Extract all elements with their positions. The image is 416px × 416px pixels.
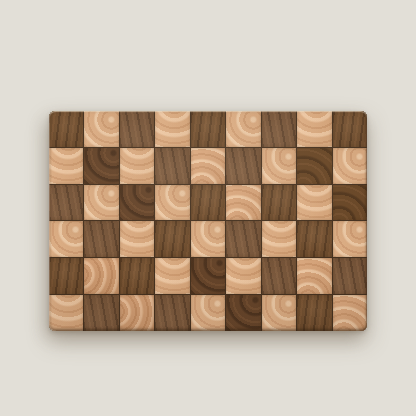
board-square[interactable] [297, 185, 331, 221]
scene-background [0, 0, 416, 416]
board-square[interactable] [120, 148, 154, 184]
board-square[interactable] [155, 185, 189, 221]
board-square[interactable] [49, 185, 83, 221]
board-square[interactable] [120, 185, 154, 221]
board-square[interactable] [297, 111, 331, 147]
board-square[interactable] [262, 221, 296, 257]
board-square[interactable] [262, 258, 296, 294]
board-square[interactable] [49, 221, 83, 257]
board-square[interactable] [84, 111, 118, 147]
board-square[interactable] [333, 258, 367, 294]
board-square[interactable] [262, 185, 296, 221]
board-square[interactable] [333, 148, 367, 184]
board-square[interactable] [226, 258, 260, 294]
board-square[interactable] [226, 148, 260, 184]
board-square[interactable] [84, 258, 118, 294]
board-square[interactable] [191, 148, 225, 184]
board-square[interactable] [155, 221, 189, 257]
board-square[interactable] [333, 111, 367, 147]
board-square[interactable] [226, 221, 260, 257]
board-square[interactable] [333, 221, 367, 257]
board-square[interactable] [226, 295, 260, 331]
board-square[interactable] [191, 221, 225, 257]
board-square[interactable] [191, 185, 225, 221]
board-square[interactable] [84, 148, 118, 184]
checkerboard-grid [49, 111, 367, 331]
board-square[interactable] [49, 258, 83, 294]
board-square[interactable] [49, 295, 83, 331]
board-square[interactable] [297, 221, 331, 257]
board-square[interactable] [120, 258, 154, 294]
board-square[interactable] [226, 185, 260, 221]
board-square[interactable] [155, 258, 189, 294]
board-square[interactable] [84, 295, 118, 331]
board-square[interactable] [120, 295, 154, 331]
board-square[interactable] [333, 295, 367, 331]
board-square[interactable] [155, 111, 189, 147]
board-square[interactable] [191, 111, 225, 147]
board-square[interactable] [297, 258, 331, 294]
board-square[interactable] [120, 111, 154, 147]
board-square[interactable] [333, 185, 367, 221]
cutting-board [49, 111, 367, 331]
board-square[interactable] [191, 295, 225, 331]
board-square[interactable] [155, 148, 189, 184]
board-square[interactable] [84, 185, 118, 221]
board-square[interactable] [84, 221, 118, 257]
board-square[interactable] [262, 148, 296, 184]
board-square[interactable] [262, 295, 296, 331]
board-square[interactable] [155, 295, 189, 331]
board-square[interactable] [120, 221, 154, 257]
board-square[interactable] [49, 111, 83, 147]
board-square[interactable] [49, 148, 83, 184]
board-square[interactable] [262, 111, 296, 147]
board-square[interactable] [226, 111, 260, 147]
board-square[interactable] [297, 295, 331, 331]
board-square[interactable] [191, 258, 225, 294]
board-square[interactable] [297, 148, 331, 184]
